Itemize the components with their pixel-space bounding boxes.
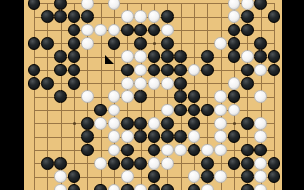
black-stone bbox=[134, 130, 147, 143]
black-stone bbox=[201, 170, 214, 183]
black-stone bbox=[148, 24, 161, 37]
black-stone bbox=[41, 10, 54, 23]
white-stone bbox=[214, 104, 227, 117]
black-stone bbox=[121, 117, 134, 130]
black-stone bbox=[241, 24, 254, 37]
black-stone bbox=[174, 130, 187, 143]
white-stone bbox=[108, 144, 121, 157]
black-stone bbox=[228, 130, 241, 143]
black-stone bbox=[54, 50, 67, 63]
white-stone bbox=[214, 144, 227, 157]
white-stone bbox=[81, 37, 94, 50]
white-stone bbox=[174, 144, 187, 157]
white-stone bbox=[81, 0, 94, 10]
triangle-marker-icon bbox=[105, 55, 114, 64]
white-stone bbox=[228, 0, 241, 10]
black-stone bbox=[268, 157, 281, 170]
white-stone bbox=[148, 77, 161, 90]
black-stone bbox=[54, 10, 67, 23]
white-stone bbox=[161, 77, 174, 90]
black-stone bbox=[41, 157, 54, 170]
black-stone bbox=[174, 64, 187, 77]
black-stone bbox=[188, 117, 201, 130]
white-stone bbox=[228, 77, 241, 90]
white-stone bbox=[161, 144, 174, 157]
black-stone bbox=[148, 144, 161, 157]
black-stone bbox=[254, 37, 267, 50]
white-stone bbox=[121, 50, 134, 63]
white-stone bbox=[134, 10, 147, 23]
white-stone bbox=[108, 104, 121, 117]
black-stone bbox=[28, 64, 41, 77]
black-stone bbox=[148, 130, 161, 143]
black-stone bbox=[134, 37, 147, 50]
white-stone bbox=[188, 170, 201, 183]
white-stone bbox=[94, 117, 107, 130]
black-stone bbox=[241, 157, 254, 170]
white-stone bbox=[121, 77, 134, 90]
black-stone bbox=[188, 144, 201, 157]
white-stone bbox=[134, 184, 147, 190]
white-stone bbox=[81, 24, 94, 37]
white-stone bbox=[121, 90, 134, 103]
black-stone bbox=[41, 77, 54, 90]
white-stone bbox=[161, 157, 174, 170]
black-stone bbox=[254, 50, 267, 63]
black-stone bbox=[68, 77, 81, 90]
white-stone bbox=[148, 10, 161, 23]
black-stone bbox=[228, 24, 241, 37]
white-stone bbox=[148, 157, 161, 170]
black-stone bbox=[81, 10, 94, 23]
white-stone bbox=[121, 130, 134, 143]
white-stone bbox=[134, 50, 147, 63]
white-stone bbox=[214, 130, 227, 143]
black-stone bbox=[268, 170, 281, 183]
white-stone bbox=[121, 170, 134, 183]
black-stone bbox=[228, 37, 241, 50]
black-stone bbox=[188, 104, 201, 117]
white-stone bbox=[94, 157, 107, 170]
black-stone bbox=[228, 50, 241, 63]
black-stone bbox=[54, 64, 67, 77]
white-stone bbox=[108, 184, 121, 190]
black-stone bbox=[161, 64, 174, 77]
black-stone bbox=[108, 157, 121, 170]
black-stone bbox=[81, 130, 94, 143]
white-stone bbox=[108, 24, 121, 37]
black-stone bbox=[174, 104, 187, 117]
white-stone bbox=[81, 90, 94, 103]
black-stone bbox=[174, 50, 187, 63]
video-frame bbox=[0, 0, 304, 190]
black-stone bbox=[241, 144, 254, 157]
black-stone bbox=[188, 90, 201, 103]
black-stone bbox=[201, 50, 214, 63]
black-stone bbox=[94, 104, 107, 117]
white-stone bbox=[254, 64, 267, 77]
black-stone bbox=[28, 37, 41, 50]
white-stone bbox=[54, 184, 67, 190]
black-stone bbox=[134, 90, 147, 103]
black-stone bbox=[28, 77, 41, 90]
white-stone bbox=[254, 184, 267, 190]
black-stone bbox=[188, 184, 201, 190]
black-stone bbox=[241, 184, 254, 190]
black-stone bbox=[68, 37, 81, 50]
black-stone bbox=[201, 64, 214, 77]
black-stone bbox=[254, 0, 267, 10]
black-stone bbox=[254, 144, 267, 157]
black-stone bbox=[148, 170, 161, 183]
black-stone bbox=[268, 50, 281, 63]
letterbox-left bbox=[0, 0, 24, 190]
star-point bbox=[153, 42, 156, 45]
white-stone bbox=[108, 130, 121, 143]
black-stone bbox=[174, 90, 187, 103]
black-stone bbox=[68, 184, 81, 190]
star-point bbox=[73, 122, 76, 125]
black-stone bbox=[148, 184, 161, 190]
black-stone bbox=[121, 64, 134, 77]
white-stone bbox=[188, 130, 201, 143]
black-stone bbox=[121, 144, 134, 157]
black-stone bbox=[81, 144, 94, 157]
white-stone bbox=[254, 157, 267, 170]
black-stone bbox=[228, 90, 241, 103]
black-stone bbox=[68, 50, 81, 63]
white-stone bbox=[108, 90, 121, 103]
black-stone bbox=[161, 37, 174, 50]
black-stone bbox=[241, 64, 254, 77]
black-stone bbox=[268, 10, 281, 23]
white-stone bbox=[214, 90, 227, 103]
star-point bbox=[233, 122, 236, 125]
white-stone bbox=[228, 104, 241, 117]
white-stone bbox=[54, 170, 67, 183]
white-stone bbox=[134, 77, 147, 90]
black-stone bbox=[41, 37, 54, 50]
white-stone bbox=[228, 10, 241, 23]
black-stone bbox=[68, 24, 81, 37]
white-stone bbox=[254, 130, 267, 143]
white-stone bbox=[161, 104, 174, 117]
black-stone bbox=[268, 64, 281, 77]
black-stone bbox=[241, 170, 254, 183]
black-stone bbox=[148, 64, 161, 77]
white-stone bbox=[134, 64, 147, 77]
black-stone bbox=[241, 117, 254, 130]
black-stone bbox=[68, 170, 81, 183]
white-stone bbox=[201, 184, 214, 190]
black-stone bbox=[134, 117, 147, 130]
white-stone bbox=[108, 0, 121, 10]
black-stone bbox=[54, 0, 67, 10]
white-stone bbox=[254, 117, 267, 130]
black-stone bbox=[54, 157, 67, 170]
white-stone bbox=[94, 24, 107, 37]
black-stone bbox=[161, 50, 174, 63]
black-stone bbox=[134, 24, 147, 37]
black-stone bbox=[121, 157, 134, 170]
black-stone bbox=[68, 64, 81, 77]
white-stone bbox=[148, 117, 161, 130]
black-stone bbox=[201, 104, 214, 117]
black-stone bbox=[94, 184, 107, 190]
black-stone bbox=[201, 157, 214, 170]
white-stone bbox=[161, 24, 174, 37]
white-stone bbox=[201, 144, 214, 157]
white-stone bbox=[188, 64, 201, 77]
black-stone bbox=[161, 10, 174, 23]
black-stone bbox=[174, 77, 187, 90]
white-stone bbox=[214, 37, 227, 50]
white-stone bbox=[214, 170, 227, 183]
black-stone bbox=[81, 117, 94, 130]
white-stone bbox=[254, 90, 267, 103]
black-stone bbox=[54, 90, 67, 103]
go-board bbox=[24, 0, 282, 190]
white-stone bbox=[121, 10, 134, 23]
white-stone bbox=[214, 117, 227, 130]
black-stone bbox=[28, 0, 41, 10]
black-stone bbox=[148, 50, 161, 63]
black-stone bbox=[68, 10, 81, 23]
black-stone bbox=[241, 10, 254, 23]
black-stone bbox=[161, 117, 174, 130]
white-stone bbox=[108, 117, 121, 130]
black-stone bbox=[121, 184, 134, 190]
white-stone bbox=[241, 50, 254, 63]
black-stone bbox=[161, 184, 174, 190]
letterbox-right bbox=[282, 0, 304, 190]
white-stone bbox=[254, 170, 267, 183]
black-stone bbox=[241, 77, 254, 90]
black-stone bbox=[161, 130, 174, 143]
black-stone bbox=[121, 24, 134, 37]
black-stone bbox=[228, 157, 241, 170]
black-stone bbox=[108, 37, 121, 50]
white-stone bbox=[241, 0, 254, 10]
black-stone bbox=[134, 157, 147, 170]
